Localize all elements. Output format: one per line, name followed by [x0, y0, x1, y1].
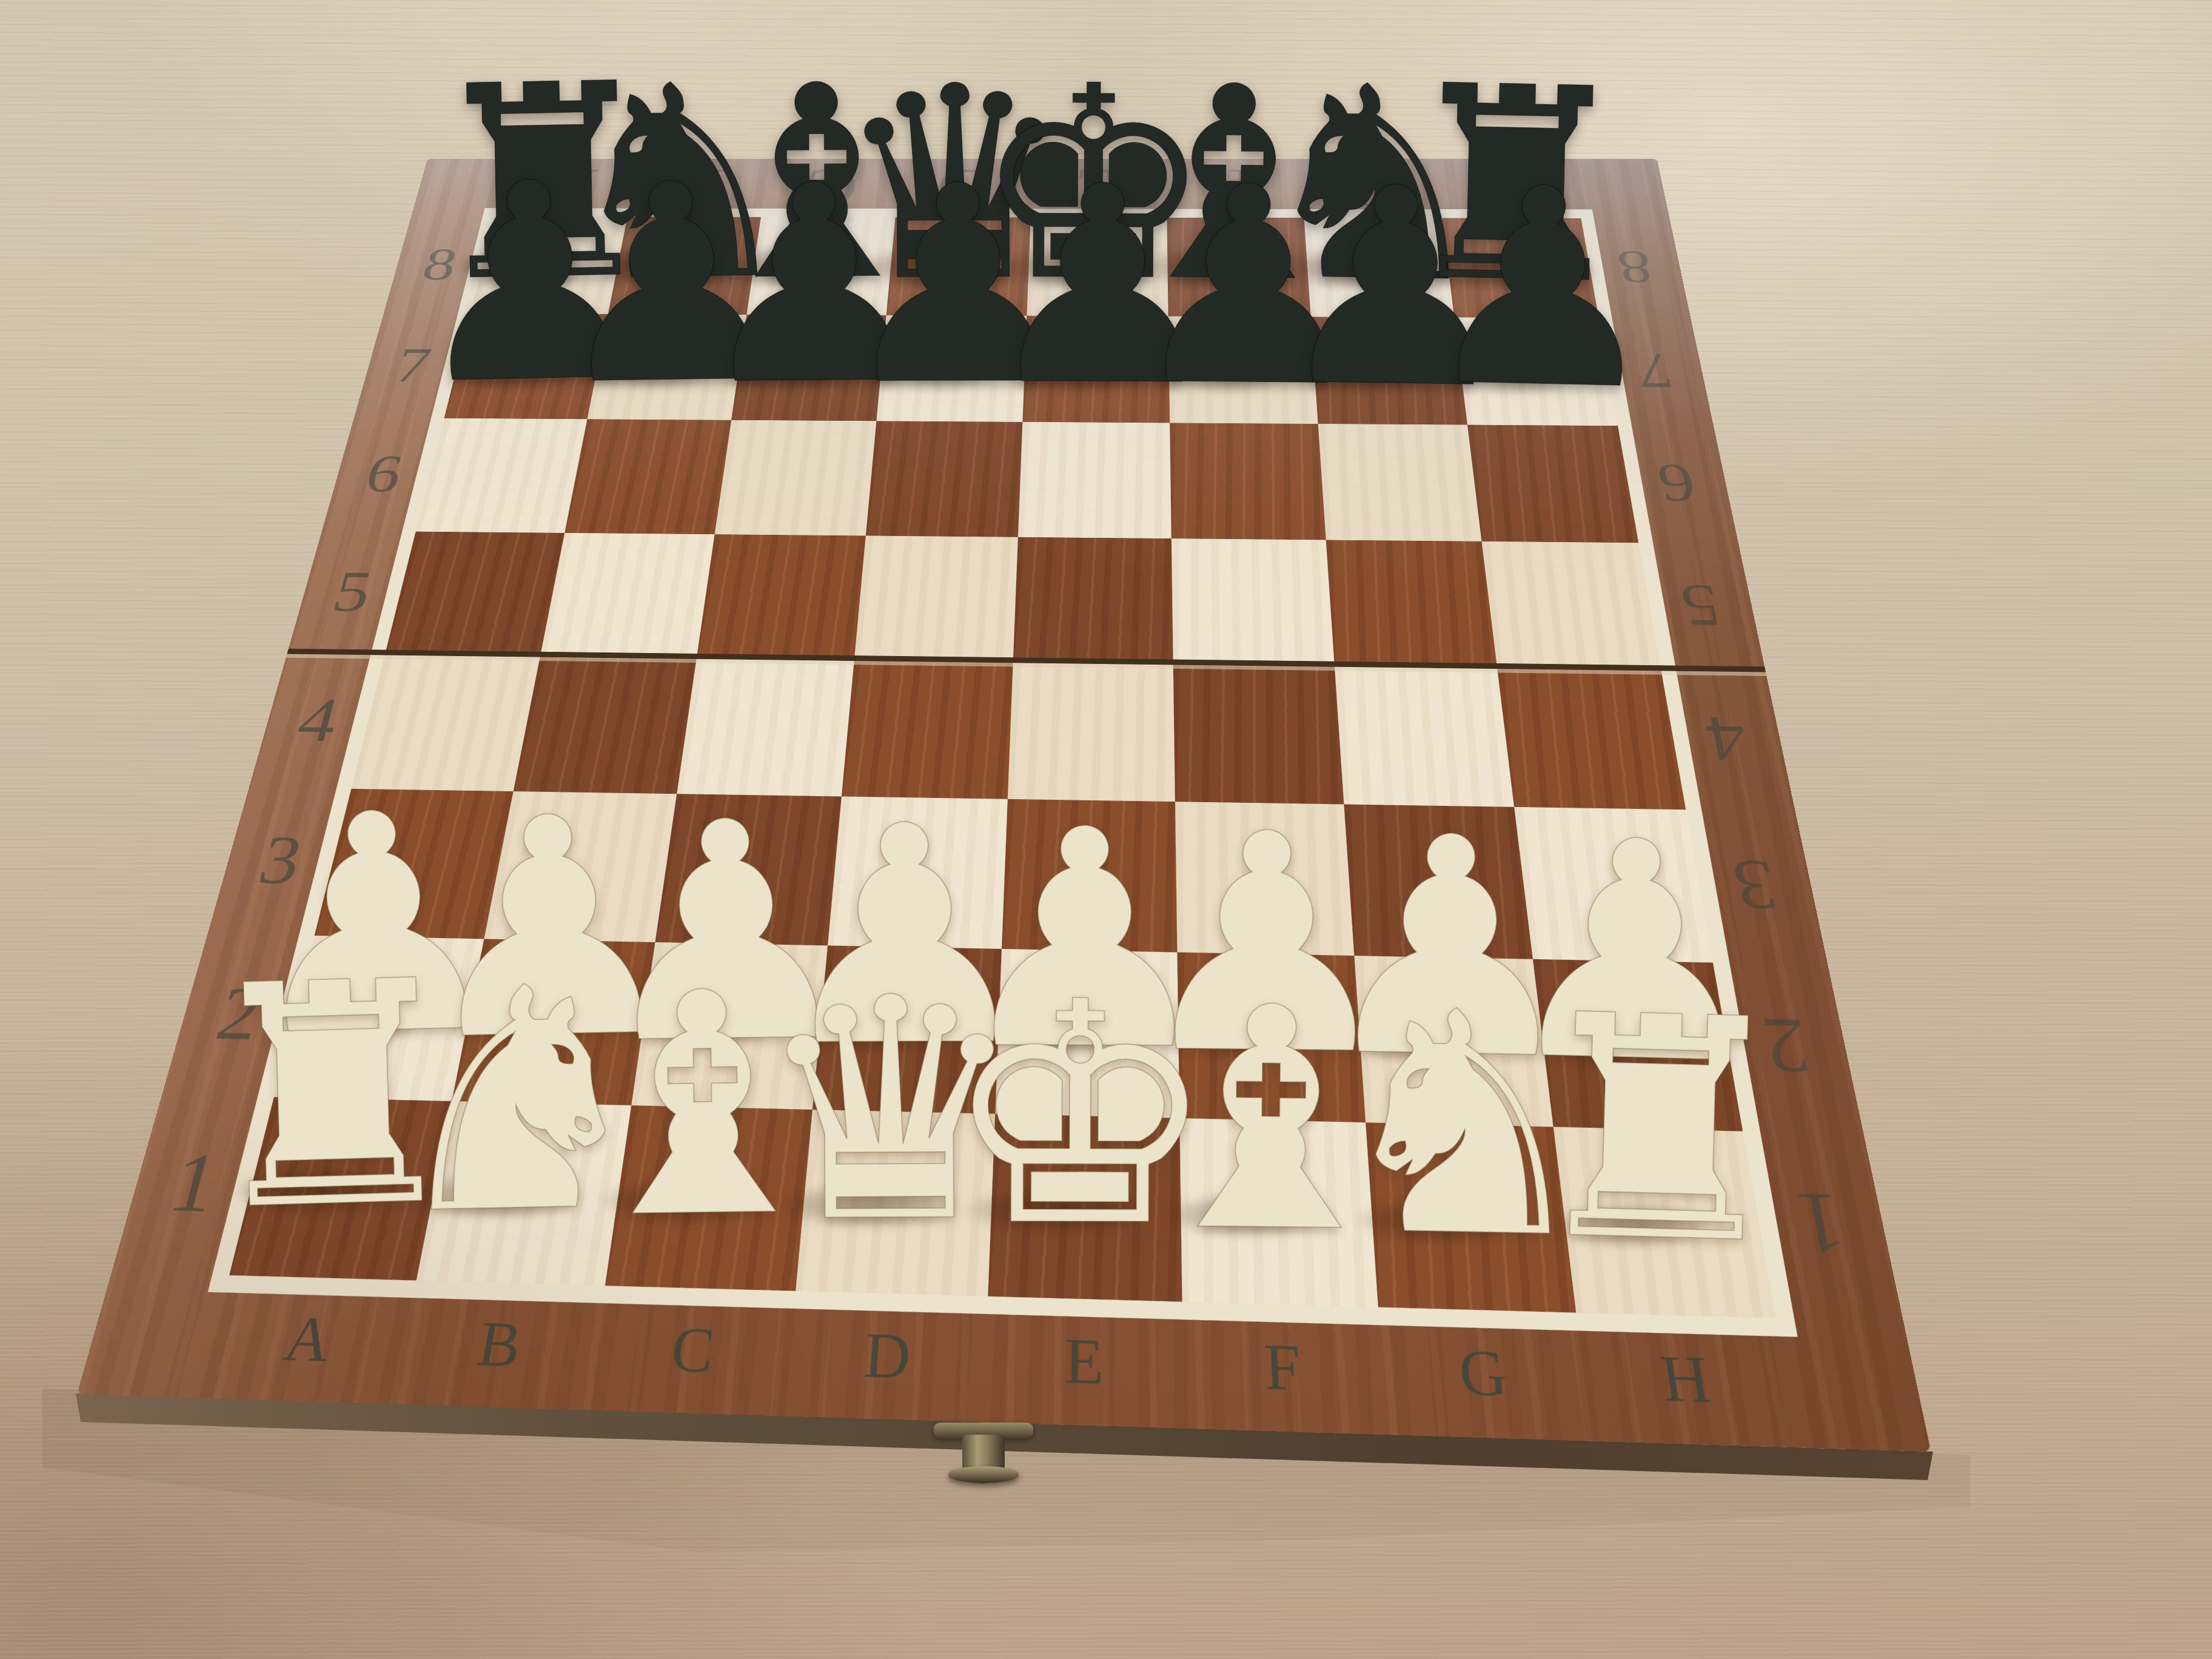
photo-scene: AA88BB77CC66DD55EE44FF33GG22HH11 ♜♞♝♛♚♝♞…: [0, 0, 2212, 1659]
black-pawn-h7[interactable]: ♟: [1403, 150, 1681, 428]
white-rook-h1[interactable]: ♜: [1501, 973, 1816, 1288]
pieces-layer: ♜♞♝♛♚♝♞♜♟♟♟♟♟♟♟♟♟♟♟♟♟♟♟♟♜♞♝♛♚♝♞♜: [0, 0, 2212, 1659]
